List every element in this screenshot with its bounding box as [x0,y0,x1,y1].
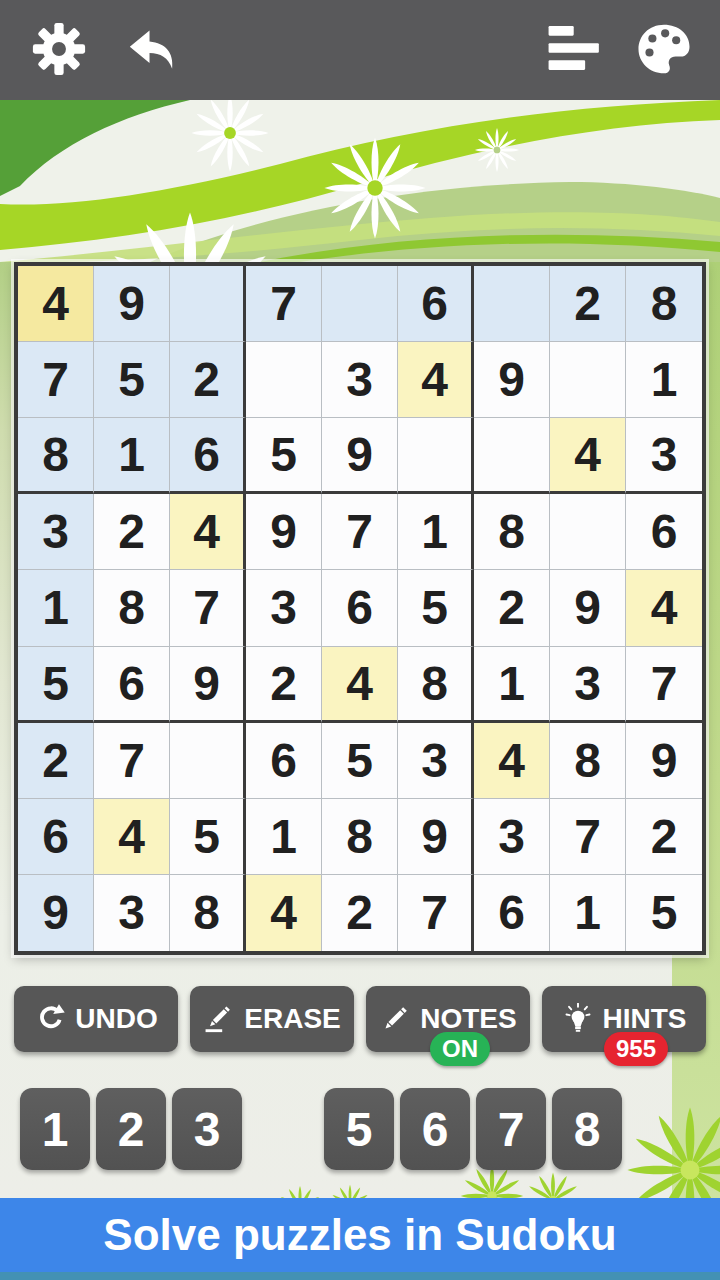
cell-r7c2[interactable]: 7 [94,723,170,799]
cell-r9c2[interactable]: 3 [94,875,170,951]
white-daisy-flower [188,91,272,175]
cell-r4c7[interactable]: 8 [474,494,550,570]
cell-r9c8[interactable]: 1 [550,875,626,951]
cell-r1c3[interactable] [170,266,246,342]
cell-r5c7[interactable]: 2 [474,570,550,646]
erase-button[interactable]: ERASE [190,986,354,1052]
theme-palette-icon[interactable] [635,20,693,78]
cell-r6c6[interactable]: 8 [398,647,474,723]
cell-r4c5[interactable]: 7 [322,494,398,570]
undo-button[interactable]: UNDO [14,986,178,1052]
settings-gear-icon[interactable] [30,20,88,78]
cell-r5c9[interactable]: 4 [626,570,702,646]
pencil-icon [379,1003,411,1035]
cell-r3c3[interactable]: 6 [170,418,246,494]
numpad-button-3[interactable]: 3 [172,1088,242,1170]
cell-r5c2[interactable]: 8 [94,570,170,646]
cell-r6c1[interactable]: 5 [18,647,94,723]
cell-r8c4[interactable]: 1 [246,799,322,875]
white-daisy-flower [473,126,521,174]
notes-on-badge: ON [430,1032,490,1066]
numpad-button-6[interactable]: 6 [400,1088,470,1170]
cell-r8c9[interactable]: 2 [626,799,702,875]
cell-r2c3[interactable]: 2 [170,342,246,418]
cell-r4c9[interactable]: 6 [626,494,702,570]
cell-r7c9[interactable]: 9 [626,723,702,799]
cell-r1c4[interactable]: 7 [246,266,322,342]
ad-banner-text: Solve puzzles in Sudoku [103,1210,616,1260]
cell-r3c8[interactable]: 4 [550,418,626,494]
cell-r7c7[interactable]: 4 [474,723,550,799]
cell-r6c3[interactable]: 9 [170,647,246,723]
cell-r3c2[interactable]: 1 [94,418,170,494]
cell-r7c4[interactable]: 6 [246,723,322,799]
cell-r5c1[interactable]: 1 [18,570,94,646]
pencil-icon [203,1003,235,1035]
cell-r3c9[interactable]: 3 [626,418,702,494]
cell-r3c7[interactable] [474,418,550,494]
cell-r6c4[interactable]: 2 [246,647,322,723]
cell-r9c6[interactable]: 7 [398,875,474,951]
cell-r1c7[interactable] [474,266,550,342]
cell-r1c9[interactable]: 8 [626,266,702,342]
cell-r7c8[interactable]: 8 [550,723,626,799]
numpad-button-8[interactable]: 8 [552,1088,622,1170]
cell-r5c6[interactable]: 5 [398,570,474,646]
cell-r4c6[interactable]: 1 [398,494,474,570]
numpad-button-7[interactable]: 7 [476,1088,546,1170]
cell-r1c6[interactable]: 6 [398,266,474,342]
cell-r8c7[interactable]: 3 [474,799,550,875]
cell-r6c5[interactable]: 4 [322,647,398,723]
cell-r4c4[interactable]: 9 [246,494,322,570]
cell-r7c6[interactable]: 3 [398,723,474,799]
cell-r9c7[interactable]: 6 [474,875,550,951]
numpad-button-2[interactable]: 2 [96,1088,166,1170]
cell-r8c8[interactable]: 7 [550,799,626,875]
cell-r7c1[interactable]: 2 [18,723,94,799]
number-pad: 1235678 [20,1088,698,1170]
cell-r2c4[interactable] [246,342,322,418]
cell-r5c8[interactable]: 9 [550,570,626,646]
cell-r1c5[interactable] [322,266,398,342]
cell-r3c4[interactable]: 5 [246,418,322,494]
hints-count-badge: 955 [604,1032,668,1066]
cell-r3c5[interactable]: 9 [322,418,398,494]
notes-label: NOTES [420,1003,516,1035]
cell-r4c1[interactable]: 3 [18,494,94,570]
lightbulb-icon [562,1003,594,1035]
cell-r4c2[interactable]: 2 [94,494,170,570]
cell-r6c2[interactable]: 6 [94,647,170,723]
notes-button[interactable]: NOTES ON [366,986,530,1052]
sudoku-board: 4976287523491816594332497186187365294569… [14,262,706,955]
hints-button[interactable]: HINTS 955 [542,986,706,1052]
ad-banner[interactable]: Solve puzzles in Sudoku [0,1198,720,1272]
cell-r4c8[interactable] [550,494,626,570]
cell-r1c8[interactable]: 2 [550,266,626,342]
cell-r9c1[interactable]: 9 [18,875,94,951]
cell-r9c4[interactable]: 4 [246,875,322,951]
cell-r2c8[interactable] [550,342,626,418]
undo-label: UNDO [75,1003,157,1035]
numpad-button-5[interactable]: 5 [324,1088,394,1170]
hints-label: HINTS [603,1003,687,1035]
cell-r5c3[interactable]: 7 [170,570,246,646]
cell-r2c9[interactable]: 1 [626,342,702,418]
cell-r8c5[interactable]: 8 [322,799,398,875]
cell-r2c6[interactable]: 4 [398,342,474,418]
cell-r3c6[interactable] [398,418,474,494]
cell-r9c3[interactable]: 8 [170,875,246,951]
cell-r2c5[interactable]: 3 [322,342,398,418]
cell-r8c2[interactable]: 4 [94,799,170,875]
cell-r1c2[interactable]: 9 [94,266,170,342]
circular-arrow-icon [34,1003,66,1035]
toolbar: UNDO ERASE NOTES ON [14,986,706,1052]
cell-r9c9[interactable]: 5 [626,875,702,951]
cell-r6c7[interactable]: 1 [474,647,550,723]
back-arrow-icon[interactable] [124,20,182,78]
cell-r6c9[interactable]: 7 [626,647,702,723]
stats-bars-icon[interactable] [547,26,605,74]
cell-r2c2[interactable]: 5 [94,342,170,418]
erase-label: ERASE [244,1003,340,1035]
cell-r5c5[interactable]: 6 [322,570,398,646]
cell-r8c3[interactable]: 5 [170,799,246,875]
cell-r5c4[interactable]: 3 [246,570,322,646]
cell-r8c1[interactable]: 6 [18,799,94,875]
cell-r6c8[interactable]: 3 [550,647,626,723]
cell-r1c1[interactable]: 4 [18,266,94,342]
white-daisy-flower [320,133,430,243]
cell-r7c5[interactable]: 5 [322,723,398,799]
app-screen: Expert 06:18 497628752349181659433249718… [0,0,720,1280]
cell-r9c5[interactable]: 2 [322,875,398,951]
bottom-strip [0,1272,720,1280]
cell-r3c1[interactable]: 8 [18,418,94,494]
top-bar [0,0,720,100]
cell-r2c7[interactable]: 9 [474,342,550,418]
numpad-button-1[interactable]: 1 [20,1088,90,1170]
cell-r8c6[interactable]: 9 [398,799,474,875]
cell-r4c3[interactable]: 4 [170,494,246,570]
cell-r7c3[interactable] [170,723,246,799]
cell-r2c1[interactable]: 7 [18,342,94,418]
